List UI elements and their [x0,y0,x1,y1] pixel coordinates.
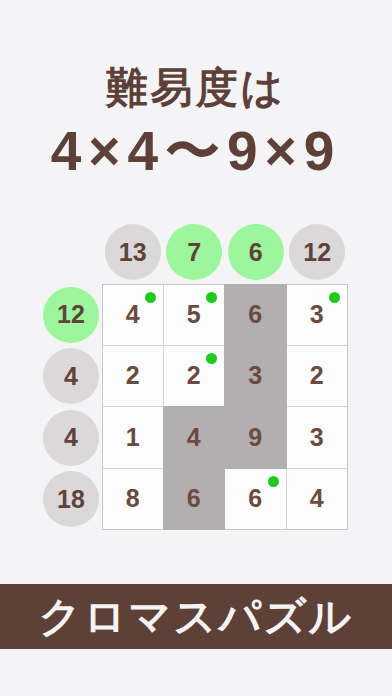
grid-cell-r2c1-white[interactable]: 2 [102,346,164,408]
column-clue-4: 12 [289,224,345,280]
grid-cell-r3c4-white[interactable]: 3 [287,407,349,469]
grid-cell-r4c4-white[interactable]: 4 [287,469,349,531]
app-title-banner: クロマスパズル [0,584,392,649]
grid-cell-r1c3-black[interactable]: 6 [225,284,287,346]
cell-number: 1 [126,423,140,452]
cell-number: 4 [126,300,140,329]
headline: 難易度は 4×4〜9×9 [0,64,392,182]
cell-number: 6 [248,484,262,513]
cell-number: 4 [310,484,324,513]
row-clue-2: 4 [43,348,99,404]
cell-number: 6 [187,484,201,513]
column-clue-3: 6 [228,224,284,280]
green-flag-dot-icon [268,476,279,487]
grid-cell-r2c3-black[interactable]: 3 [225,346,287,408]
headline-line2: 4×4〜9×9 [0,121,392,182]
cell-number: 2 [187,361,201,390]
grid-cell-r4c3-white[interactable]: 6 [225,469,287,531]
cell-number: 2 [310,361,324,390]
green-flag-dot-icon [206,292,217,303]
cell-number: 2 [126,361,140,390]
headline-line1: 難易度は [0,64,392,112]
grid-cell-r3c1-white[interactable]: 1 [102,407,164,469]
grid-cell-r4c2-black[interactable]: 6 [164,469,226,531]
grid-cell-r3c3-black[interactable]: 9 [225,407,287,469]
cell-number: 3 [248,361,262,390]
row-clue-1: 12 [43,287,99,343]
cell-number: 6 [248,300,262,329]
app-title-label: クロマスパズル [39,589,354,645]
grid-cell-r1c4-white[interactable]: 3 [287,284,349,346]
grid-cell-r1c2-white[interactable]: 5 [164,284,226,346]
row-clue-3: 4 [43,410,99,466]
column-clue-2: 7 [166,224,222,280]
green-flag-dot-icon [206,353,217,364]
cell-number: 9 [248,423,262,452]
row-clue-4: 18 [43,471,99,527]
grid-cell-r2c4-white[interactable]: 2 [287,346,349,408]
green-flag-dot-icon [329,292,340,303]
cell-number: 4 [187,423,201,452]
grid-cell-r3c2-black[interactable]: 4 [164,407,226,469]
grid-cell-r1c1-white[interactable]: 4 [102,284,164,346]
app-screenshot: 難易度は 4×4〜9×9 137612 124418 4563223214938… [0,0,392,696]
grid-cell-r2c2-white[interactable]: 2 [164,346,226,408]
column-clue-1: 13 [105,224,161,280]
cell-number: 3 [310,423,324,452]
puzzle-grid: 4563223214938664 [102,284,348,530]
cell-number: 8 [126,484,140,513]
cell-number: 5 [187,300,201,329]
grid-cell-r4c1-white[interactable]: 8 [102,469,164,531]
green-flag-dot-icon [145,292,156,303]
cell-number: 3 [310,300,324,329]
